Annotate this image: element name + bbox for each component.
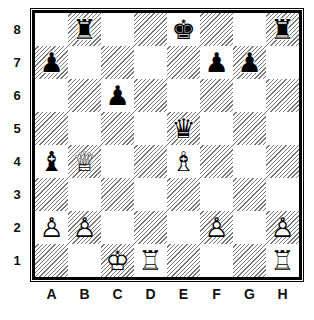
black-king-e8: ♚	[167, 13, 200, 46]
square-d8	[134, 13, 167, 46]
square-e8: ♚	[167, 13, 200, 46]
file-labels: ABCDEFGH	[35, 284, 304, 304]
chess-diagram: 87654321 ♜♚♜♟♟♟♟♛♝♛♕♝♗♟♙♟♙♟♙♟♙♚♔♜♖♜♖ ABC…	[4, 8, 304, 304]
square-g7: ♟	[233, 46, 266, 79]
piece-glyph: ♟	[233, 46, 266, 79]
square-e3	[167, 178, 200, 211]
file-label-a: A	[35, 284, 68, 304]
square-d7	[134, 46, 167, 79]
square-c3	[101, 178, 134, 211]
rank-label-3: 3	[4, 178, 30, 211]
square-e2	[167, 211, 200, 244]
piece-glyph: ♟	[101, 79, 134, 112]
square-d3	[134, 178, 167, 211]
square-e4: ♝♗	[167, 145, 200, 178]
rank-label-7: 7	[4, 46, 30, 79]
square-e7	[167, 46, 200, 79]
piece-glyph: ♝	[35, 145, 68, 178]
rank-label-5: 5	[4, 112, 30, 145]
piece-glyph: ♟	[35, 46, 68, 79]
square-g1	[233, 244, 266, 277]
piece-glyph: ♕	[68, 145, 101, 178]
square-h3	[266, 178, 299, 211]
rank-label-2: 2	[4, 211, 30, 244]
piece-glyph: ♗	[167, 145, 200, 178]
square-g4	[233, 145, 266, 178]
piece-glyph: ♜	[68, 13, 101, 46]
square-h2: ♟♙	[266, 211, 299, 244]
square-b1	[68, 244, 101, 277]
square-b8: ♜	[68, 13, 101, 46]
piece-glyph: ♙	[200, 211, 233, 244]
square-f6	[200, 79, 233, 112]
rank-label-1: 1	[4, 244, 30, 277]
black-queen-e5: ♛	[167, 112, 200, 145]
piece-glyph: ♚	[167, 13, 200, 46]
rank-label-8: 8	[4, 13, 30, 46]
square-c7	[101, 46, 134, 79]
square-a5	[35, 112, 68, 145]
square-a6	[35, 79, 68, 112]
white-rook-h1: ♜♖	[266, 244, 299, 277]
square-b6	[68, 79, 101, 112]
square-b5	[68, 112, 101, 145]
white-king-c1: ♚♔	[101, 244, 134, 277]
square-h5	[266, 112, 299, 145]
square-d6	[134, 79, 167, 112]
black-bishop-a4: ♝	[35, 145, 68, 178]
rank-labels: 87654321	[4, 13, 30, 277]
white-queen-b4: ♛♕	[68, 145, 101, 178]
white-bishop-e4: ♝♗	[167, 145, 200, 178]
square-f7: ♟	[200, 46, 233, 79]
file-label-c: C	[101, 284, 134, 304]
square-f4	[200, 145, 233, 178]
square-g8	[233, 13, 266, 46]
white-pawn-a2: ♟♙	[35, 211, 68, 244]
square-h6	[266, 79, 299, 112]
square-d5	[134, 112, 167, 145]
square-a7: ♟	[35, 46, 68, 79]
black-rook-h8: ♜	[266, 13, 299, 46]
square-f5	[200, 112, 233, 145]
square-f1	[200, 244, 233, 277]
square-b3	[68, 178, 101, 211]
square-c4	[101, 145, 134, 178]
white-rook-d1: ♜♖	[134, 244, 167, 277]
black-pawn-g7: ♟	[233, 46, 266, 79]
square-a4: ♝	[35, 145, 68, 178]
square-g5	[233, 112, 266, 145]
square-d2	[134, 211, 167, 244]
square-c5	[101, 112, 134, 145]
file-label-g: G	[233, 284, 266, 304]
square-d4	[134, 145, 167, 178]
square-b2: ♟♙	[68, 211, 101, 244]
board-frame: ♜♚♜♟♟♟♟♛♝♛♕♝♗♟♙♟♙♟♙♟♙♚♔♜♖♜♖	[30, 8, 304, 282]
rank-label-6: 6	[4, 79, 30, 112]
square-b4: ♛♕	[68, 145, 101, 178]
square-h1: ♜♖	[266, 244, 299, 277]
square-h4	[266, 145, 299, 178]
square-a3	[35, 178, 68, 211]
square-e6	[167, 79, 200, 112]
chess-board: ♜♚♜♟♟♟♟♛♝♛♕♝♗♟♙♟♙♟♙♟♙♚♔♜♖♜♖	[32, 10, 302, 280]
black-pawn-a7: ♟	[35, 46, 68, 79]
square-g2	[233, 211, 266, 244]
piece-glyph: ♟	[200, 46, 233, 79]
square-g6	[233, 79, 266, 112]
file-label-d: D	[134, 284, 167, 304]
square-h7	[266, 46, 299, 79]
square-c1: ♚♔	[101, 244, 134, 277]
piece-glyph: ♖	[266, 244, 299, 277]
square-h8: ♜	[266, 13, 299, 46]
square-e5: ♛	[167, 112, 200, 145]
piece-glyph: ♙	[266, 211, 299, 244]
black-rook-b8: ♜	[68, 13, 101, 46]
piece-glyph: ♔	[101, 244, 134, 277]
square-f2: ♟♙	[200, 211, 233, 244]
file-label-b: B	[68, 284, 101, 304]
square-a2: ♟♙	[35, 211, 68, 244]
square-c8	[101, 13, 134, 46]
black-pawn-c6: ♟	[101, 79, 134, 112]
square-c6: ♟	[101, 79, 134, 112]
square-g3	[233, 178, 266, 211]
square-f3	[200, 178, 233, 211]
square-a1	[35, 244, 68, 277]
square-c2	[101, 211, 134, 244]
file-label-h: H	[266, 284, 299, 304]
square-b7	[68, 46, 101, 79]
rank-label-4: 4	[4, 145, 30, 178]
square-d1: ♜♖	[134, 244, 167, 277]
piece-glyph: ♛	[167, 112, 200, 145]
square-a8	[35, 13, 68, 46]
square-f8	[200, 13, 233, 46]
file-label-e: E	[167, 284, 200, 304]
piece-glyph: ♜	[266, 13, 299, 46]
white-pawn-b2: ♟♙	[68, 211, 101, 244]
white-pawn-f2: ♟♙	[200, 211, 233, 244]
piece-glyph: ♙	[68, 211, 101, 244]
white-pawn-h2: ♟♙	[266, 211, 299, 244]
black-pawn-f7: ♟	[200, 46, 233, 79]
square-e1	[167, 244, 200, 277]
piece-glyph: ♙	[35, 211, 68, 244]
piece-glyph: ♖	[134, 244, 167, 277]
file-label-f: F	[200, 284, 233, 304]
